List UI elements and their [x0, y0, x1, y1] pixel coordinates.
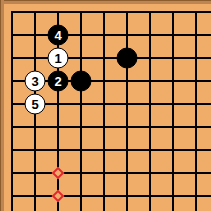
grid-line-vertical	[195, 11, 197, 211]
move-number: 4	[54, 29, 61, 42]
move-number: 3	[31, 75, 38, 88]
grid-line-horizontal	[11, 34, 211, 36]
grid-line-vertical	[80, 11, 82, 211]
diamond-mark	[52, 190, 65, 203]
diamond-mark	[52, 167, 65, 180]
grid-line-vertical	[149, 11, 151, 211]
grid-line-horizontal	[11, 126, 211, 128]
grid-line-horizontal	[11, 11, 211, 13]
grid-line-vertical	[11, 11, 13, 211]
board-frame-left	[0, 0, 4, 211]
grid-line-vertical	[126, 11, 128, 211]
move-number: 2	[54, 75, 61, 88]
black-stone	[71, 71, 92, 92]
grid-line-horizontal	[11, 149, 211, 151]
board-frame-top	[0, 0, 211, 4]
go-board-diagram: 41325	[0, 0, 211, 211]
black-stone-4: 4	[48, 25, 69, 46]
grid-line-horizontal	[11, 172, 211, 174]
white-stone-3: 3	[25, 71, 46, 92]
grid-line-horizontal	[11, 195, 211, 197]
grid-line-horizontal	[11, 57, 211, 59]
move-number: 1	[54, 52, 61, 65]
black-stone	[117, 48, 138, 69]
grid-line-vertical	[103, 11, 105, 211]
white-stone-1: 1	[48, 48, 69, 69]
move-number: 5	[31, 98, 38, 111]
grid-line-vertical	[172, 11, 174, 211]
black-stone-2: 2	[48, 71, 69, 92]
white-stone-5: 5	[25, 94, 46, 115]
